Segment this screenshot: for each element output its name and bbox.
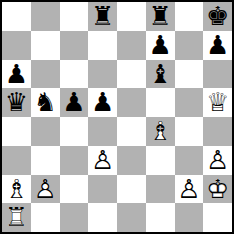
square-h7[interactable]: ♟ [203,31,232,60]
square-g4[interactable] [175,117,204,146]
square-d7[interactable] [88,31,117,60]
square-g3[interactable] [175,146,204,175]
piece-glyph: ♟ [60,88,89,117]
square-c5[interactable]: ♟ [60,88,89,117]
square-f4[interactable]: ♝♗ [146,117,175,146]
black-pawn[interactable]: ♟ [2,60,31,89]
square-f6[interactable]: ♝ [146,60,175,89]
piece-glyph: ♙ [175,175,204,204]
piece-glyph: ♙ [31,175,60,204]
piece-glyph: ♟ [88,88,117,117]
square-b6[interactable] [31,60,60,89]
piece-glyph: ♗ [2,175,31,204]
square-e3[interactable] [117,146,146,175]
black-king[interactable]: ♚ [203,2,232,31]
square-b3[interactable] [31,146,60,175]
square-h5[interactable]: ♛♕ [203,88,232,117]
square-f2[interactable] [146,175,175,204]
black-rook[interactable]: ♜ [88,2,117,31]
square-h6[interactable] [203,60,232,89]
square-d2[interactable] [88,175,117,204]
piece-glyph: ♝ [146,60,175,89]
square-h8[interactable]: ♚ [203,2,232,31]
white-pawn[interactable]: ♟♙ [31,175,60,204]
square-d6[interactable] [88,60,117,89]
square-d5[interactable]: ♟ [88,88,117,117]
square-a2[interactable]: ♝♗ [2,175,31,204]
white-bishop[interactable]: ♝♗ [146,117,175,146]
piece-glyph: ♜ [88,2,117,31]
piece-glyph: ♚ [203,2,232,31]
piece-glyph: ♔ [203,175,232,204]
square-d4[interactable] [88,117,117,146]
square-d3[interactable]: ♟♙ [88,146,117,175]
white-queen[interactable]: ♛♕ [203,88,232,117]
white-pawn[interactable]: ♟♙ [203,146,232,175]
white-pawn[interactable]: ♟♙ [88,146,117,175]
square-c7[interactable] [60,31,89,60]
square-b1[interactable] [31,203,60,232]
black-knight[interactable]: ♞ [31,88,60,117]
square-g6[interactable] [175,60,204,89]
square-g1[interactable] [175,203,204,232]
square-b2[interactable]: ♟♙ [31,175,60,204]
square-g2[interactable]: ♟♙ [175,175,204,204]
square-a8[interactable] [2,2,31,31]
square-e7[interactable] [117,31,146,60]
square-h3[interactable]: ♟♙ [203,146,232,175]
square-e5[interactable] [117,88,146,117]
square-a1[interactable]: ♜♖ [2,203,31,232]
square-f1[interactable] [146,203,175,232]
square-b5[interactable]: ♞ [31,88,60,117]
square-a6[interactable]: ♟ [2,60,31,89]
black-rook[interactable]: ♜ [146,2,175,31]
square-g5[interactable] [175,88,204,117]
square-g8[interactable] [175,2,204,31]
white-bishop[interactable]: ♝♗ [2,175,31,204]
square-e8[interactable] [117,2,146,31]
square-b8[interactable] [31,2,60,31]
square-d8[interactable]: ♜ [88,2,117,31]
square-c8[interactable] [60,2,89,31]
square-c4[interactable] [60,117,89,146]
square-c3[interactable] [60,146,89,175]
square-a7[interactable] [2,31,31,60]
piece-glyph: ♞ [31,88,60,117]
square-e2[interactable] [117,175,146,204]
piece-glyph: ♜ [146,2,175,31]
square-c2[interactable] [60,175,89,204]
square-h1[interactable] [203,203,232,232]
square-e6[interactable] [117,60,146,89]
black-queen[interactable]: ♛ [2,88,31,117]
chess-diagram: ♜♜♚♟♟♟♝♛♞♟♟♛♕♝♗♟♙♟♙♝♗♟♙♟♙♚♔♜♖ [0,0,234,234]
square-c6[interactable] [60,60,89,89]
piece-glyph: ♛ [2,88,31,117]
white-pawn[interactable]: ♟♙ [175,175,204,204]
piece-glyph: ♗ [146,117,175,146]
square-c1[interactable] [60,203,89,232]
piece-glyph: ♖ [2,203,31,232]
square-f8[interactable]: ♜ [146,2,175,31]
square-f5[interactable] [146,88,175,117]
piece-glyph: ♙ [203,146,232,175]
piece-glyph: ♙ [88,146,117,175]
square-a5[interactable]: ♛ [2,88,31,117]
square-b4[interactable] [31,117,60,146]
black-bishop[interactable]: ♝ [146,60,175,89]
white-rook[interactable]: ♜♖ [2,203,31,232]
square-h2[interactable]: ♚♔ [203,175,232,204]
square-f3[interactable] [146,146,175,175]
square-e1[interactable] [117,203,146,232]
square-h4[interactable] [203,117,232,146]
black-pawn[interactable]: ♟ [60,88,89,117]
square-f7[interactable]: ♟ [146,31,175,60]
black-pawn[interactable]: ♟ [203,31,232,60]
square-a3[interactable] [2,146,31,175]
square-d1[interactable] [88,203,117,232]
chess-board: ♜♜♚♟♟♟♝♛♞♟♟♛♕♝♗♟♙♟♙♝♗♟♙♟♙♚♔♜♖ [0,0,234,234]
black-pawn[interactable]: ♟ [88,88,117,117]
square-b7[interactable] [31,31,60,60]
square-g7[interactable] [175,31,204,60]
square-a4[interactable] [2,117,31,146]
white-king[interactable]: ♚♔ [203,175,232,204]
piece-glyph: ♕ [203,88,232,117]
piece-glyph: ♟ [146,31,175,60]
piece-glyph: ♟ [2,60,31,89]
square-e4[interactable] [117,117,146,146]
black-pawn[interactable]: ♟ [146,31,175,60]
piece-glyph: ♟ [203,31,232,60]
